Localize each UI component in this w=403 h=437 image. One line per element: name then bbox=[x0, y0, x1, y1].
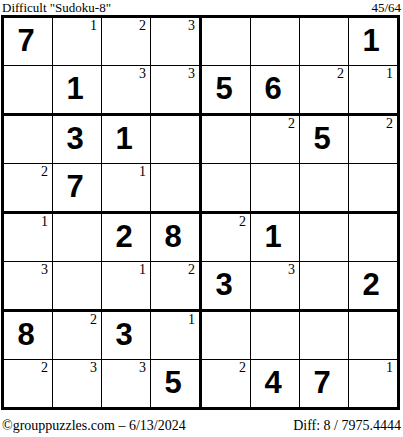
given-digit: 1 bbox=[349, 18, 393, 63]
corner-mark: 2 bbox=[41, 360, 48, 376]
cell-r8c1: 2 bbox=[4, 360, 53, 407]
cell-r4c2: 7 bbox=[53, 164, 102, 214]
cell-r4c3: 1 bbox=[102, 164, 151, 214]
cell-r7c3: 3 bbox=[102, 312, 151, 360]
puzzle-counter: 45/64 bbox=[371, 1, 401, 15]
cell-r1c3: 2 bbox=[102, 18, 151, 66]
cell-r3c7: 5 bbox=[300, 116, 349, 164]
cell-r4c5 bbox=[202, 164, 251, 214]
corner-mark: 2 bbox=[337, 66, 344, 82]
given-digit: 2 bbox=[102, 214, 146, 259]
given-digit: 6 bbox=[251, 66, 295, 111]
cell-r7c2: 2 bbox=[53, 312, 102, 360]
given-digit: 1 bbox=[102, 116, 146, 161]
cell-r3c3: 1 bbox=[102, 116, 151, 164]
given-digit: 3 bbox=[202, 262, 246, 307]
cell-r1c8: 1 bbox=[349, 18, 397, 66]
given-digit: 3 bbox=[102, 312, 146, 357]
cell-r6c6: 3 bbox=[251, 262, 300, 312]
given-digit: 7 bbox=[300, 360, 344, 405]
corner-mark: 2 bbox=[188, 262, 195, 278]
corner-mark: 1 bbox=[90, 18, 97, 34]
cell-r8c4: 5 bbox=[151, 360, 202, 407]
cell-r1c4: 3 bbox=[151, 18, 202, 66]
cell-r8c8: 1 bbox=[349, 360, 397, 407]
corner-mark: 2 bbox=[386, 116, 393, 132]
given-digit: 4 bbox=[251, 360, 295, 405]
cell-r5c2 bbox=[53, 214, 102, 262]
cell-r2c1 bbox=[4, 66, 53, 116]
cell-r3c8: 2 bbox=[349, 116, 397, 164]
given-digit: 5 bbox=[300, 116, 344, 161]
cell-r2c6: 6 bbox=[251, 66, 300, 116]
cell-r5c6: 1 bbox=[251, 214, 300, 262]
corner-mark: 3 bbox=[188, 66, 195, 82]
cell-r4c7 bbox=[300, 164, 349, 214]
cell-r2c7: 2 bbox=[300, 66, 349, 116]
cell-r1c5 bbox=[202, 18, 251, 66]
corner-mark: 3 bbox=[90, 360, 97, 376]
cell-r3c2: 3 bbox=[53, 116, 102, 164]
cell-r7c7 bbox=[300, 312, 349, 360]
copyright-text: ©grouppuzzles.com – 6/13/2024 bbox=[2, 418, 186, 434]
cell-r5c5: 2 bbox=[202, 214, 251, 262]
cell-r2c8: 1 bbox=[349, 66, 397, 116]
corner-mark: 1 bbox=[188, 312, 195, 328]
given-digit: 3 bbox=[53, 116, 97, 161]
cell-r1c1: 7 bbox=[4, 18, 53, 66]
corner-mark: 3 bbox=[188, 18, 195, 34]
cell-r8c2: 3 bbox=[53, 360, 102, 407]
cell-r2c3: 3 bbox=[102, 66, 151, 116]
cell-r7c5 bbox=[202, 312, 251, 360]
given-digit: 7 bbox=[4, 18, 48, 63]
cell-r4c4 bbox=[151, 164, 202, 214]
given-digit: 1 bbox=[251, 214, 295, 259]
corner-mark: 2 bbox=[239, 360, 246, 376]
cell-r4c6 bbox=[251, 164, 300, 214]
cell-r4c8 bbox=[349, 164, 397, 214]
cell-r1c7 bbox=[300, 18, 349, 66]
cell-r6c5: 3 bbox=[202, 262, 251, 312]
corner-mark: 2 bbox=[288, 116, 295, 132]
corner-mark: 1 bbox=[386, 360, 393, 376]
cell-r3c1 bbox=[4, 116, 53, 164]
corner-mark: 1 bbox=[41, 214, 48, 230]
cell-r2c5: 5 bbox=[202, 66, 251, 116]
corner-mark: 1 bbox=[386, 66, 393, 82]
cell-r1c6 bbox=[251, 18, 300, 66]
corner-mark: 3 bbox=[139, 360, 146, 376]
cell-r3c6: 2 bbox=[251, 116, 300, 164]
puzzle-page: Difficult "Sudoku-8" 45/64 7123113356213… bbox=[0, 0, 403, 437]
given-digit: 8 bbox=[4, 312, 48, 357]
difficulty-text: Diff: 8 / 7975.4444 bbox=[293, 418, 401, 434]
corner-mark: 1 bbox=[139, 262, 146, 278]
given-digit: 1 bbox=[53, 66, 97, 111]
cell-r7c1: 8 bbox=[4, 312, 53, 360]
given-digit: 8 bbox=[151, 214, 195, 259]
cell-r6c2 bbox=[53, 262, 102, 312]
cell-r6c4: 2 bbox=[151, 262, 202, 312]
corner-mark: 3 bbox=[288, 262, 295, 278]
cell-r8c7: 7 bbox=[300, 360, 349, 407]
board: 7123113356213125227112821312332823123352… bbox=[1, 15, 400, 410]
cell-r2c2: 1 bbox=[53, 66, 102, 116]
cell-r7c6 bbox=[251, 312, 300, 360]
cell-r6c3: 1 bbox=[102, 262, 151, 312]
cell-r2c4: 3 bbox=[151, 66, 202, 116]
footer: ©grouppuzzles.com – 6/13/2024 Diff: 8 / … bbox=[1, 418, 402, 434]
corner-mark: 2 bbox=[90, 312, 97, 328]
cell-r7c8 bbox=[349, 312, 397, 360]
cell-r1c2: 1 bbox=[53, 18, 102, 66]
corner-mark: 2 bbox=[41, 164, 48, 180]
cell-r5c4: 8 bbox=[151, 214, 202, 262]
cell-r5c8 bbox=[349, 214, 397, 262]
given-digit: 5 bbox=[202, 66, 246, 111]
corner-mark: 2 bbox=[239, 214, 246, 230]
cell-r5c7 bbox=[300, 214, 349, 262]
cell-r3c4 bbox=[151, 116, 202, 164]
cell-r7c4: 1 bbox=[151, 312, 202, 360]
header: Difficult "Sudoku-8" 45/64 bbox=[1, 0, 402, 15]
cell-r5c3: 2 bbox=[102, 214, 151, 262]
cell-r5c1: 1 bbox=[4, 214, 53, 262]
cell-r8c3: 3 bbox=[102, 360, 151, 407]
corner-mark: 1 bbox=[139, 164, 146, 180]
given-digit: 7 bbox=[53, 164, 97, 209]
cell-r8c6: 4 bbox=[251, 360, 300, 407]
corner-mark: 3 bbox=[139, 66, 146, 82]
cell-r6c1: 3 bbox=[4, 262, 53, 312]
cell-r6c7 bbox=[300, 262, 349, 312]
corner-mark: 3 bbox=[41, 262, 48, 278]
cell-r4c1: 2 bbox=[4, 164, 53, 214]
cell-r6c8: 2 bbox=[349, 262, 397, 312]
puzzle-title: Difficult "Sudoku-8" bbox=[2, 1, 111, 15]
corner-mark: 2 bbox=[139, 18, 146, 34]
given-digit: 5 bbox=[151, 360, 195, 405]
cell-r3c5 bbox=[202, 116, 251, 164]
cell-r8c5: 2 bbox=[202, 360, 251, 407]
given-digit: 2 bbox=[349, 262, 393, 307]
